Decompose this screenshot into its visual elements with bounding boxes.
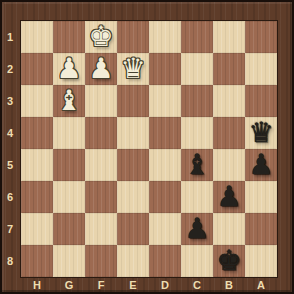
square-a2[interactable] bbox=[245, 53, 277, 85]
black-pawn[interactable]: ♟ bbox=[213, 181, 245, 213]
square-d2[interactable] bbox=[149, 53, 181, 85]
square-a4[interactable]: ♛ bbox=[245, 117, 277, 149]
rank-label-3: 3 bbox=[0, 85, 20, 117]
square-e3[interactable] bbox=[117, 85, 149, 117]
black-pawn[interactable]: ♟ bbox=[245, 149, 277, 181]
file-label-c: C bbox=[181, 278, 213, 294]
white-queen[interactable]: ♛ bbox=[117, 53, 149, 85]
board-frame: 12345678 ♚♟♟♛♝♛♝♟♟♟♚ HGFEDCBA bbox=[0, 0, 294, 294]
square-g3[interactable]: ♝ bbox=[53, 85, 85, 117]
square-f1[interactable]: ♚ bbox=[85, 21, 117, 53]
rank-labels: 12345678 bbox=[0, 21, 20, 277]
square-c1[interactable] bbox=[181, 21, 213, 53]
white-pawn[interactable]: ♟ bbox=[53, 53, 85, 85]
square-e5[interactable] bbox=[117, 149, 149, 181]
square-b5[interactable] bbox=[213, 149, 245, 181]
file-label-b: B bbox=[213, 278, 245, 294]
square-g1[interactable] bbox=[53, 21, 85, 53]
square-b3[interactable] bbox=[213, 85, 245, 117]
square-d4[interactable] bbox=[149, 117, 181, 149]
file-label-h: H bbox=[21, 278, 53, 294]
square-c5[interactable]: ♝ bbox=[181, 149, 213, 181]
square-e1[interactable] bbox=[117, 21, 149, 53]
square-h3[interactable] bbox=[21, 85, 53, 117]
square-f4[interactable] bbox=[85, 117, 117, 149]
black-king[interactable]: ♚ bbox=[213, 245, 245, 277]
square-b8[interactable]: ♚ bbox=[213, 245, 245, 277]
square-d8[interactable] bbox=[149, 245, 181, 277]
file-labels: HGFEDCBA bbox=[21, 278, 277, 294]
black-pawn[interactable]: ♟ bbox=[181, 213, 213, 245]
file-label-a: A bbox=[245, 278, 277, 294]
square-h7[interactable] bbox=[21, 213, 53, 245]
white-king[interactable]: ♚ bbox=[85, 21, 117, 53]
square-f8[interactable] bbox=[85, 245, 117, 277]
square-a5[interactable]: ♟ bbox=[245, 149, 277, 181]
square-e7[interactable] bbox=[117, 213, 149, 245]
square-a7[interactable] bbox=[245, 213, 277, 245]
square-a3[interactable] bbox=[245, 85, 277, 117]
chess-board: ♚♟♟♛♝♛♝♟♟♟♚ bbox=[20, 20, 278, 278]
square-h4[interactable] bbox=[21, 117, 53, 149]
square-b6[interactable]: ♟ bbox=[213, 181, 245, 213]
square-g5[interactable] bbox=[53, 149, 85, 181]
square-f7[interactable] bbox=[85, 213, 117, 245]
square-h1[interactable] bbox=[21, 21, 53, 53]
square-c6[interactable] bbox=[181, 181, 213, 213]
square-c3[interactable] bbox=[181, 85, 213, 117]
file-label-d: D bbox=[149, 278, 181, 294]
square-b7[interactable] bbox=[213, 213, 245, 245]
square-e8[interactable] bbox=[117, 245, 149, 277]
square-g4[interactable] bbox=[53, 117, 85, 149]
square-f2[interactable]: ♟ bbox=[85, 53, 117, 85]
file-label-g: G bbox=[53, 278, 85, 294]
rank-label-2: 2 bbox=[0, 53, 20, 85]
square-a8[interactable] bbox=[245, 245, 277, 277]
square-b1[interactable] bbox=[213, 21, 245, 53]
square-f6[interactable] bbox=[85, 181, 117, 213]
rank-label-7: 7 bbox=[0, 213, 20, 245]
square-d1[interactable] bbox=[149, 21, 181, 53]
square-h2[interactable] bbox=[21, 53, 53, 85]
square-g7[interactable] bbox=[53, 213, 85, 245]
square-e6[interactable] bbox=[117, 181, 149, 213]
square-d7[interactable] bbox=[149, 213, 181, 245]
square-g8[interactable] bbox=[53, 245, 85, 277]
square-d6[interactable] bbox=[149, 181, 181, 213]
square-f3[interactable] bbox=[85, 85, 117, 117]
square-h5[interactable] bbox=[21, 149, 53, 181]
rank-label-8: 8 bbox=[0, 245, 20, 277]
rank-label-1: 1 bbox=[0, 21, 20, 53]
square-d5[interactable] bbox=[149, 149, 181, 181]
square-g6[interactable] bbox=[53, 181, 85, 213]
square-b2[interactable] bbox=[213, 53, 245, 85]
rank-label-4: 4 bbox=[0, 117, 20, 149]
file-label-f: F bbox=[85, 278, 117, 294]
square-h8[interactable] bbox=[21, 245, 53, 277]
square-c7[interactable]: ♟ bbox=[181, 213, 213, 245]
rank-label-6: 6 bbox=[0, 181, 20, 213]
white-pawn[interactable]: ♟ bbox=[85, 53, 117, 85]
file-label-e: E bbox=[117, 278, 149, 294]
square-a6[interactable] bbox=[245, 181, 277, 213]
rank-label-5: 5 bbox=[0, 149, 20, 181]
square-h6[interactable] bbox=[21, 181, 53, 213]
square-b4[interactable] bbox=[213, 117, 245, 149]
white-bishop[interactable]: ♝ bbox=[53, 85, 85, 117]
square-e4[interactable] bbox=[117, 117, 149, 149]
square-f5[interactable] bbox=[85, 149, 117, 181]
square-g2[interactable]: ♟ bbox=[53, 53, 85, 85]
square-c4[interactable] bbox=[181, 117, 213, 149]
black-queen[interactable]: ♛ bbox=[245, 117, 277, 149]
square-e2[interactable]: ♛ bbox=[117, 53, 149, 85]
square-c8[interactable] bbox=[181, 245, 213, 277]
black-bishop[interactable]: ♝ bbox=[181, 149, 213, 181]
square-a1[interactable] bbox=[245, 21, 277, 53]
square-c2[interactable] bbox=[181, 53, 213, 85]
square-d3[interactable] bbox=[149, 85, 181, 117]
